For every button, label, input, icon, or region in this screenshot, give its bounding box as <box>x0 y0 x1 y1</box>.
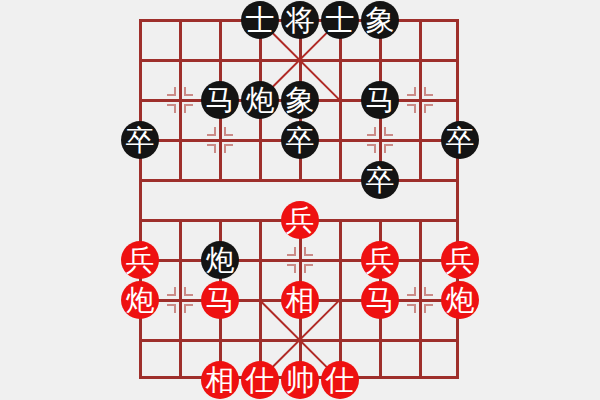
point-marker <box>167 87 193 113</box>
point-marker-corner <box>224 127 233 136</box>
piece-black-horse[interactable]: 马 <box>361 81 399 119</box>
point-marker-corner <box>184 87 193 96</box>
point-marker-corner <box>207 144 216 153</box>
point-marker-corner <box>167 104 176 113</box>
point-marker-corner <box>184 287 193 296</box>
piece-black-advisor[interactable]: 士 <box>241 1 279 39</box>
board-cell <box>219 179 259 219</box>
point-marker <box>407 287 433 313</box>
piece-black-general[interactable]: 将 <box>281 1 319 39</box>
point-marker <box>407 87 433 113</box>
point-marker-corner <box>304 264 313 273</box>
piece-red-soldier[interactable]: 兵 <box>361 241 399 279</box>
board-cell <box>419 19 459 59</box>
piece-red-horse[interactable]: 马 <box>361 281 399 319</box>
point-marker-corner <box>407 304 416 313</box>
point-marker-corner <box>167 287 176 296</box>
piece-red-cannon[interactable]: 炮 <box>441 281 479 319</box>
point-marker-corner <box>367 127 376 136</box>
point-marker-corner <box>384 127 393 136</box>
piece-red-advisor[interactable]: 仕 <box>321 361 359 399</box>
piece-red-general[interactable]: 帅 <box>281 361 319 399</box>
piece-black-soldier[interactable]: 卒 <box>281 121 319 159</box>
point-marker-corner <box>304 247 313 256</box>
board-cell <box>179 19 219 59</box>
point-marker <box>367 127 393 153</box>
piece-red-soldier[interactable]: 兵 <box>441 241 479 279</box>
board-cell <box>139 339 179 379</box>
piece-black-soldier[interactable]: 卒 <box>441 121 479 159</box>
point-marker-corner <box>167 304 176 313</box>
point-marker-corner <box>287 247 296 256</box>
piece-black-cannon[interactable]: 炮 <box>241 81 279 119</box>
point-marker-corner <box>424 104 433 113</box>
board-cell <box>379 339 419 379</box>
piece-red-soldier[interactable]: 兵 <box>281 201 319 239</box>
point-marker-corner <box>384 144 393 153</box>
piece-black-soldier[interactable]: 卒 <box>361 161 399 199</box>
xiangqi-screen: 士将士象马炮象马卒卒卒卒兵兵炮兵兵炮马相马炮相仕帅仕 <box>0 0 600 400</box>
point-marker-corner <box>167 87 176 96</box>
piece-red-cannon[interactable]: 炮 <box>121 281 159 319</box>
point-marker-corner <box>424 87 433 96</box>
board-cell <box>419 339 459 379</box>
piece-red-elephant[interactable]: 相 <box>201 361 239 399</box>
point-marker-corner <box>184 304 193 313</box>
point-marker <box>207 127 233 153</box>
piece-black-soldier[interactable]: 卒 <box>121 121 159 159</box>
point-marker-corner <box>407 287 416 296</box>
piece-red-soldier[interactable]: 兵 <box>121 241 159 279</box>
piece-black-cannon[interactable]: 炮 <box>201 241 239 279</box>
board-cell <box>179 179 219 219</box>
board-cell <box>139 19 179 59</box>
point-marker <box>167 287 193 313</box>
point-marker-corner <box>207 127 216 136</box>
piece-red-horse[interactable]: 马 <box>201 281 239 319</box>
point-marker <box>287 247 313 273</box>
piece-black-horse[interactable]: 马 <box>201 81 239 119</box>
point-marker-corner <box>407 104 416 113</box>
piece-red-advisor[interactable]: 仕 <box>241 361 279 399</box>
point-marker-corner <box>424 304 433 313</box>
point-marker-corner <box>224 144 233 153</box>
board-cell <box>419 179 459 219</box>
board-cell <box>139 179 179 219</box>
xiangqi-board[interactable]: 士将士象马炮象马卒卒卒卒兵兵炮兵兵炮马相马炮相仕帅仕 <box>0 0 600 400</box>
point-marker-corner <box>407 87 416 96</box>
piece-black-elephant[interactable]: 象 <box>361 1 399 39</box>
piece-black-advisor[interactable]: 士 <box>321 1 359 39</box>
piece-red-elephant[interactable]: 相 <box>281 281 319 319</box>
board-grid-lines <box>139 19 459 379</box>
point-marker-corner <box>424 287 433 296</box>
point-marker-corner <box>184 104 193 113</box>
piece-black-elephant[interactable]: 象 <box>281 81 319 119</box>
point-marker-corner <box>287 264 296 273</box>
point-marker-corner <box>367 144 376 153</box>
